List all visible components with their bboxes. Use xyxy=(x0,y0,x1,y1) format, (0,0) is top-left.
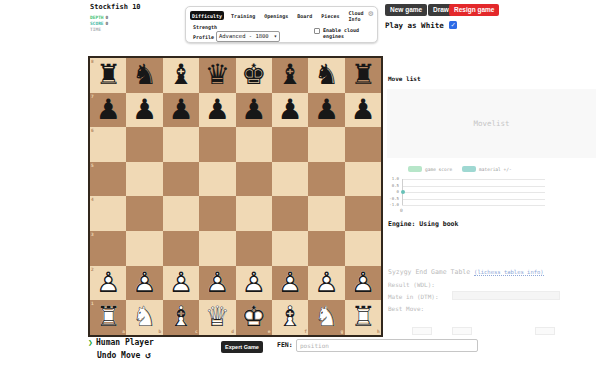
square-e3[interactable] xyxy=(236,231,272,266)
legend-item: material +/- xyxy=(462,166,512,172)
y-tick-label: 0 xyxy=(385,190,399,194)
legend-swatch xyxy=(408,166,422,172)
square-f7[interactable]: ♟ xyxy=(272,93,308,128)
square-d3[interactable] xyxy=(199,231,235,266)
square-b3[interactable] xyxy=(126,231,162,266)
syzygy-info-link[interactable]: (lichess tables info) xyxy=(474,269,544,276)
square-e1[interactable]: e♚♔ xyxy=(236,300,272,335)
new-game-button[interactable]: New game xyxy=(385,4,427,16)
play-as-white-label: Play as White xyxy=(385,21,444,30)
square-g3[interactable] xyxy=(308,231,344,266)
square-b4[interactable] xyxy=(126,196,162,231)
square-c3[interactable] xyxy=(163,231,199,266)
undo-move-label: Undo Move xyxy=(97,351,140,360)
piece-black-knight[interactable]: ♞ xyxy=(308,58,344,93)
square-d2[interactable]: ♟♙ xyxy=(199,266,235,301)
chevron-down-icon: ▾ xyxy=(274,32,277,41)
movelist-box: Movelist xyxy=(387,89,596,158)
empty-field xyxy=(412,327,432,335)
legend-item: game score xyxy=(408,166,452,172)
square-g1[interactable]: g♞♘ xyxy=(308,300,344,335)
syzygy-title: Syzygy End Game Table (lichess tables in… xyxy=(388,268,544,276)
x-tick-label: 0 xyxy=(400,208,403,213)
profile-label: Profile xyxy=(193,34,214,40)
square-b5[interactable] xyxy=(126,162,162,197)
tab-pieces[interactable]: Pieces xyxy=(319,11,341,20)
stat-label: TIME xyxy=(90,27,101,32)
chess-app: Stockfish 10 DEPTH0SCORE0TIME Difficulty… xyxy=(0,0,600,389)
square-d8[interactable]: ♛ xyxy=(199,58,235,93)
square-a2[interactable]: 2♟♙ xyxy=(90,266,126,301)
square-a4[interactable]: 4 xyxy=(90,196,126,231)
square-c2[interactable]: ♟♙ xyxy=(163,266,199,301)
square-b2[interactable]: ♟♙ xyxy=(126,266,162,301)
piece-white-knight[interactable]: ♞♘ xyxy=(308,300,344,335)
square-h5[interactable] xyxy=(345,162,381,197)
resign-game-button[interactable]: Resign game xyxy=(449,4,499,16)
square-b6[interactable] xyxy=(126,127,162,162)
piece-black-pawn[interactable]: ♟ xyxy=(272,93,308,128)
square-b1[interactable]: b♞♘ xyxy=(126,300,162,335)
profile-select-value: Advanced - 1800 xyxy=(219,32,269,41)
rank-coord: 4 xyxy=(91,197,94,202)
piece-black-rook[interactable]: ♜ xyxy=(345,58,381,93)
piece-white-pawn[interactable]: ♟♙ xyxy=(199,266,235,301)
square-g4[interactable] xyxy=(308,196,344,231)
mate-dtm-label: Mate in (DTM): xyxy=(388,293,439,300)
square-g2[interactable]: ♟♙ xyxy=(308,266,344,301)
piece-white-pawn[interactable]: ♟♙ xyxy=(345,266,381,301)
piece-black-bishop[interactable]: ♝ xyxy=(272,58,308,93)
gridline xyxy=(402,186,545,187)
legend-label: material +/- xyxy=(479,167,512,172)
square-e2[interactable]: ♟♙ xyxy=(236,266,272,301)
square-a3[interactable]: 3 xyxy=(90,231,126,266)
square-g7[interactable]: ♟ xyxy=(308,93,344,128)
enable-cloud-checkbox[interactable] xyxy=(314,28,320,34)
gear-icon[interactable]: ⚙ xyxy=(368,10,373,18)
square-f3[interactable] xyxy=(272,231,308,266)
fen-label: FEN: xyxy=(277,341,293,349)
square-h7[interactable]: ♟ xyxy=(345,93,381,128)
player-label: Human Player xyxy=(96,338,154,347)
square-c1[interactable]: c♝♗ xyxy=(163,300,199,335)
piece-white-queen[interactable]: ♛♕ xyxy=(199,300,235,335)
piece-white-pawn[interactable]: ♟♙ xyxy=(90,266,126,301)
piece-white-pawn[interactable]: ♟♙ xyxy=(126,266,162,301)
square-d1[interactable]: d♛♕ xyxy=(199,300,235,335)
piece-black-pawn[interactable]: ♟ xyxy=(126,93,162,128)
gridline xyxy=(402,205,545,206)
piece-white-pawn[interactable]: ♟♙ xyxy=(308,266,344,301)
square-f8[interactable]: ♝ xyxy=(272,58,308,93)
chess-board: 8♜♞♝♛♚♝♞♜7♟♟♟♟♟♟♟♟65432♟♙♟♙♟♙♟♙♟♙♟♙♟♙♟♙1… xyxy=(88,56,383,337)
result-wdl-label: Result (WDL): xyxy=(388,281,435,288)
engine-title: Stockfish 10 xyxy=(90,3,141,11)
chart-legend: game scorematerial +/- xyxy=(408,166,512,172)
expert-game-button[interactable]: Expert Game xyxy=(221,341,263,353)
enable-cloud-label: Enable cloud engines xyxy=(323,27,361,39)
square-c8[interactable]: ♝ xyxy=(163,58,199,93)
square-e8[interactable]: ♚ xyxy=(236,58,272,93)
gridline xyxy=(402,199,545,200)
square-e6[interactable] xyxy=(236,127,272,162)
stat-label: SCORE xyxy=(90,21,104,26)
square-d6[interactable] xyxy=(199,127,235,162)
square-a5[interactable]: 5 xyxy=(90,162,126,197)
empty-field xyxy=(452,327,472,335)
tab-cloud-info[interactable]: Cloud Info xyxy=(346,11,368,24)
square-b7[interactable]: ♟ xyxy=(126,93,162,128)
square-e5[interactable] xyxy=(236,162,272,197)
movelist-placeholder: Movelist xyxy=(473,119,509,128)
piece-black-rook[interactable]: ♜ xyxy=(90,58,126,93)
y-tick-label: 1.0 xyxy=(385,177,399,181)
syzygy-title-text: Syzygy End Game Table xyxy=(388,268,470,276)
square-d4[interactable] xyxy=(199,196,235,231)
square-f1[interactable]: f♝♗ xyxy=(272,300,308,335)
legend-swatch xyxy=(462,166,476,172)
square-d5[interactable] xyxy=(199,162,235,197)
legend-label: game score xyxy=(425,167,452,172)
undo-move-button[interactable]: Undo Move ↺ xyxy=(97,350,151,360)
piece-black-king[interactable]: ♚ xyxy=(236,58,272,93)
piece-white-king[interactable]: ♚♔ xyxy=(236,300,272,335)
profile-select[interactable]: Advanced - 1800 ▾ xyxy=(216,31,280,42)
tab-training[interactable]: Training xyxy=(229,11,257,20)
square-f5[interactable] xyxy=(272,162,308,197)
engine-stat: TIME xyxy=(90,27,108,33)
stat-value: 0 xyxy=(106,15,109,20)
square-d7[interactable]: ♟ xyxy=(199,93,235,128)
stat-value: 0 xyxy=(106,21,109,26)
y-tick-label: -1.0 xyxy=(385,203,399,207)
piece-black-pawn[interactable]: ♟ xyxy=(345,93,381,128)
score-chart: 1.00.50-0.5-1.00 xyxy=(385,175,597,215)
square-h6[interactable] xyxy=(345,127,381,162)
piece-black-pawn[interactable]: ♟ xyxy=(199,93,235,128)
piece-black-bishop[interactable]: ♝ xyxy=(163,58,199,93)
piece-white-rook[interactable]: ♜♖ xyxy=(345,300,381,335)
square-b8[interactable]: ♞ xyxy=(126,58,162,93)
square-f6[interactable] xyxy=(272,127,308,162)
square-a1[interactable]: 1a♜♖ xyxy=(90,300,126,335)
square-g6[interactable] xyxy=(308,127,344,162)
fen-input[interactable] xyxy=(296,339,478,352)
piece-white-pawn[interactable]: ♟♙ xyxy=(163,266,199,301)
rank-coord: 6 xyxy=(91,128,94,133)
piece-black-pawn[interactable]: ♟ xyxy=(163,93,199,128)
tab-openings[interactable]: Openings xyxy=(262,11,290,20)
square-g5[interactable] xyxy=(308,162,344,197)
rank-coord: 3 xyxy=(91,232,94,237)
tab-difficulty[interactable]: Difficulty xyxy=(190,11,224,20)
menu-tabs: DifficultyTrainingOpeningsBoardPiecesClo… xyxy=(190,11,368,24)
strength-label: Strength xyxy=(193,24,217,30)
square-a6[interactable]: 6 xyxy=(90,127,126,162)
piece-white-rook[interactable]: ♜♖ xyxy=(90,300,126,335)
play-as-white-checkbox[interactable]: ✓ xyxy=(449,21,457,29)
piece-white-pawn[interactable]: ♟♙ xyxy=(272,266,308,301)
piece-black-pawn[interactable]: ♟ xyxy=(90,93,126,128)
turn-prompt-icon: ❯ xyxy=(88,338,93,347)
piece-black-queen[interactable]: ♛ xyxy=(199,58,235,93)
engine-stats: DEPTH0SCORE0TIME xyxy=(90,15,108,33)
piece-black-pawn[interactable]: ♟ xyxy=(308,93,344,128)
piece-white-bishop[interactable]: ♝♗ xyxy=(163,300,199,335)
square-h1[interactable]: h♜♖ xyxy=(345,300,381,335)
square-e7[interactable]: ♟ xyxy=(236,93,272,128)
square-g8[interactable]: ♞ xyxy=(308,58,344,93)
tab-board[interactable]: Board xyxy=(295,11,314,20)
square-a8[interactable]: 8♜ xyxy=(90,58,126,93)
square-h8[interactable]: ♜ xyxy=(345,58,381,93)
mate-dtm-field xyxy=(452,291,560,300)
engine-status: Engine: Using book xyxy=(388,220,458,228)
stat-label: DEPTH xyxy=(90,15,104,20)
y-tick-label: 0.5 xyxy=(385,184,399,188)
square-c5[interactable] xyxy=(163,162,199,197)
piece-white-pawn[interactable]: ♟♙ xyxy=(236,266,272,301)
square-h4[interactable] xyxy=(345,196,381,231)
rank-coord: 5 xyxy=(91,163,94,168)
square-f4[interactable] xyxy=(272,196,308,231)
square-h3[interactable] xyxy=(345,231,381,266)
empty-field xyxy=(535,327,555,335)
piece-black-knight[interactable]: ♞ xyxy=(126,58,162,93)
undo-icon: ↺ xyxy=(145,350,150,360)
piece-black-pawn[interactable]: ♟ xyxy=(236,93,272,128)
gridline xyxy=(402,179,545,180)
gridline xyxy=(402,192,545,193)
chart-data-point xyxy=(401,190,405,194)
piece-white-bishop[interactable]: ♝♗ xyxy=(272,300,308,335)
square-c6[interactable] xyxy=(163,127,199,162)
square-h2[interactable]: ♟♙ xyxy=(345,266,381,301)
y-tick-label: -0.5 xyxy=(385,197,399,201)
square-f2[interactable]: ♟♙ xyxy=(272,266,308,301)
square-a7[interactable]: 7♟ xyxy=(90,93,126,128)
piece-white-knight[interactable]: ♞♘ xyxy=(126,300,162,335)
square-c4[interactable] xyxy=(163,196,199,231)
settings-menu: DifficultyTrainingOpeningsBoardPiecesClo… xyxy=(185,6,378,43)
move-list-title: Move list xyxy=(388,75,421,82)
square-c7[interactable]: ♟ xyxy=(163,93,199,128)
square-e4[interactable] xyxy=(236,196,272,231)
best-move-label: Best Move: xyxy=(388,305,424,312)
